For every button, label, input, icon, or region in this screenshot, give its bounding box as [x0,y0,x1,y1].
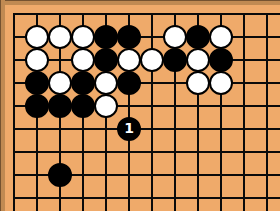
white-stone [140,48,164,72]
black-stone [71,94,95,118]
grid-line-horizontal [13,151,280,153]
grid-line-vertical [243,13,245,211]
stone-label: 1 [124,121,134,135]
grid-line-vertical [13,13,15,211]
white-stone [94,71,118,95]
black-stone [48,94,72,118]
grid-line-horizontal [13,128,280,130]
grid-line-vertical [151,13,153,211]
black-stone [117,25,141,49]
board-frame-top [0,0,280,5]
marked-stone-1: 1 [117,117,141,141]
white-stone [186,71,210,95]
board-frame-left [0,0,5,211]
black-stone [209,48,233,72]
grid-line-vertical [266,13,268,211]
white-stone [25,48,49,72]
white-stone [25,25,49,49]
black-stone [25,94,49,118]
black-stone [25,71,49,95]
white-stone [48,25,72,49]
white-stone [163,25,187,49]
black-stone [94,25,118,49]
white-stone [48,71,72,95]
white-stone [71,48,95,72]
black-stone [186,25,210,49]
white-stone [71,25,95,49]
white-stone [117,48,141,72]
grid-line-horizontal [13,197,280,199]
black-stone [94,48,118,72]
white-stone [94,94,118,118]
white-stone [209,71,233,95]
black-stone [163,48,187,72]
white-stone [186,48,210,72]
black-stone [48,163,72,187]
black-stone [117,71,141,95]
white-stone [209,25,233,49]
grid-line-horizontal [13,13,280,15]
black-stone [71,71,95,95]
go-board: 1 [0,0,280,211]
